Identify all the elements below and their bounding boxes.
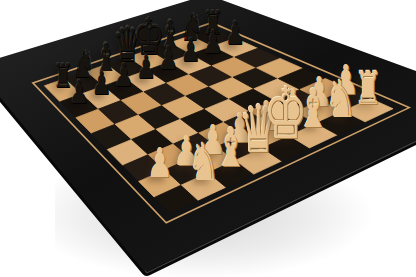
piece-black-pawn[interactable]: ♟ bbox=[136, 50, 156, 82]
piece-white-pawn[interactable]: ♟ bbox=[147, 144, 172, 185]
piece-black-pawn[interactable]: ♟ bbox=[69, 75, 89, 107]
piece-black-pawn[interactable]: ♟ bbox=[114, 59, 134, 91]
piece-white-rook[interactable]: ♜ bbox=[354, 66, 382, 112]
piece-black-pawn[interactable]: ♟ bbox=[158, 42, 178, 74]
piece-black-pawn[interactable]: ♟ bbox=[91, 67, 111, 99]
piece-black-pawn[interactable]: ♟ bbox=[181, 34, 201, 66]
piece-black-pawn[interactable]: ♟ bbox=[225, 17, 245, 49]
piece-white-knight[interactable]: ♞ bbox=[325, 73, 357, 125]
chess-set-product-photo: ♜♞♝♛♚♝♞♜♟♟♟♟♟♟♟♟♟♟♟♟♟♟♟♟♞♝♛♚♝♞♜ bbox=[0, 0, 416, 277]
piece-black-pawn[interactable]: ♟ bbox=[203, 25, 223, 57]
